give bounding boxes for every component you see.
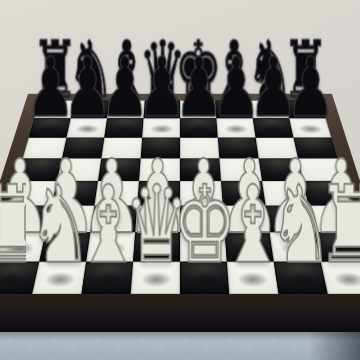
square-h1: ♜ <box>321 262 360 294</box>
square-h7: ♟ <box>289 118 331 137</box>
chess-board: ♜♞♝♛♚♝♞♜♟♟♟♟♟♟♟♟♟♟♟♟♟♟♟♟♜♞♝♛♚♝♞♜ <box>0 94 360 308</box>
table-shadow <box>308 332 360 360</box>
chessboard-photo: ♜♞♝♛♚♝♞♜♟♟♟♟♟♟♟♟♟♟♟♟♟♟♟♟♜♞♝♛♚♝♞♜ <box>0 0 360 360</box>
tablecloth <box>0 332 360 360</box>
black-pawn: ♟ <box>285 46 334 128</box>
white-rook: ♜ <box>317 172 360 279</box>
board-grid: ♜♞♝♛♚♝♞♜♟♟♟♟♟♟♟♟♟♟♟♟♟♟♟♟♜♞♝♛♚♝♞♜ <box>0 100 360 294</box>
